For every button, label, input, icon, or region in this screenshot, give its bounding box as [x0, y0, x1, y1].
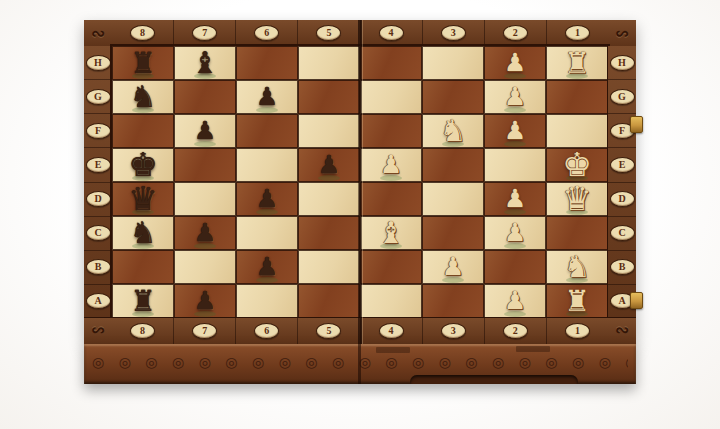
rank-label-bottom-1: 1 [565, 323, 590, 339]
file-label-right-slot: B [608, 250, 636, 284]
square-e7[interactable] [174, 148, 236, 182]
lid-notch [410, 375, 578, 384]
white-pawn[interactable]: ♟ [360, 148, 422, 182]
square-b1[interactable]: ♞ [546, 250, 608, 284]
square-d3[interactable] [422, 182, 484, 216]
white-knight[interactable]: ♞ [546, 250, 608, 284]
white-pawn[interactable]: ♟ [484, 216, 546, 250]
file-label-left-slot: B [84, 250, 112, 284]
square-h2[interactable]: ♟ [484, 46, 546, 80]
rank-label-bottom-slot: 8 [112, 318, 173, 344]
file-label-left-slot: D [84, 182, 112, 216]
white-pawn[interactable]: ♟ [484, 284, 546, 318]
square-a8[interactable]: ♜ [112, 284, 174, 318]
chess-board: ∾ 87654321 ∾ HGFEDCBA ♜♝♟♜♞♟♟♟♞♟♚♟♟♚♛♟♟♛… [84, 20, 636, 344]
rank-label-bottom-slot: 6 [235, 318, 297, 344]
file-label-right-slot: G [608, 79, 636, 113]
black-pawn[interactable]: ♟ [236, 182, 298, 216]
rank-label-top-7: 7 [192, 25, 217, 41]
corner-ornament-bottom-left-icon: ∾ [84, 318, 112, 344]
square-a2[interactable]: ♟ [484, 284, 546, 318]
rank-label-top-1: 1 [565, 25, 590, 41]
brass-clasp-lower [630, 292, 643, 309]
rank-label-top-slot: 1 [546, 20, 608, 46]
white-pawn[interactable]: ♟ [484, 46, 546, 80]
corner-ornament-bottom-right-icon: ∾ [608, 318, 636, 344]
rank-label-bottom-5: 5 [316, 323, 341, 339]
rank-label-bottom-2: 2 [503, 323, 528, 339]
square-h7[interactable]: ♝ [174, 46, 236, 80]
square-c7[interactable]: ♟ [174, 216, 236, 250]
black-rook[interactable]: ♜ [112, 46, 174, 80]
white-rook[interactable]: ♜ [546, 284, 608, 318]
square-e5[interactable]: ♟ [298, 148, 360, 182]
square-h4[interactable] [360, 46, 422, 80]
square-g2[interactable]: ♟ [484, 80, 546, 114]
box-front-seam [358, 344, 361, 384]
file-label-left-g: G [86, 89, 111, 105]
file-label-right-b: B [610, 259, 635, 275]
square-d5[interactable] [298, 182, 360, 216]
square-h8[interactable]: ♜ [112, 46, 174, 80]
square-a6[interactable] [236, 284, 298, 318]
square-a5[interactable] [298, 284, 360, 318]
square-a1[interactable]: ♜ [546, 284, 608, 318]
square-d4[interactable] [360, 182, 422, 216]
square-d7[interactable] [174, 182, 236, 216]
square-c1[interactable] [546, 216, 608, 250]
square-d2[interactable]: ♟ [484, 182, 546, 216]
square-h6[interactable] [236, 46, 298, 80]
square-e2[interactable] [484, 148, 546, 182]
file-label-left-slot: H [84, 46, 112, 79]
rank-label-top-slot: 3 [422, 20, 484, 46]
rank-label-bottom-slot: 4 [360, 318, 422, 344]
box-front-panel: ◎ ◎ ◎ ◎ ◎ ◎ ◎ ◎ ◎ ◎ ◎ ◎ ◎ ◎ ◎ ◎ ◎ ◎ ◎ ◎ … [84, 344, 636, 384]
black-pawn[interactable]: ♟ [236, 250, 298, 284]
corner-ornament-top-right-icon: ∾ [608, 20, 636, 46]
rank-label-bottom-slot: 3 [422, 318, 484, 344]
file-label-right-e: E [610, 157, 635, 173]
corner-ornament-top-left-icon: ∾ [84, 20, 112, 46]
rank-label-bottom-slot: 2 [484, 318, 546, 344]
file-label-left-a: A [86, 293, 111, 309]
rank-label-bottom-slot: 1 [546, 318, 608, 344]
file-label-right-g: G [610, 89, 635, 105]
black-pawn[interactable]: ♟ [174, 216, 236, 250]
square-b8[interactable] [112, 250, 174, 284]
square-e3[interactable] [422, 148, 484, 182]
square-g8[interactable]: ♞ [112, 80, 174, 114]
file-label-right-slot: E [608, 147, 636, 181]
square-f6[interactable] [236, 114, 298, 148]
rank-label-top-slot: 2 [484, 20, 546, 46]
file-label-right-c: C [610, 225, 635, 241]
rank-label-bottom-4: 4 [379, 323, 404, 339]
rank-label-top-slot: 6 [235, 20, 297, 46]
square-c5[interactable] [298, 216, 360, 250]
square-e6[interactable] [236, 148, 298, 182]
white-pawn[interactable]: ♟ [484, 182, 546, 216]
board-fold-seam [358, 20, 362, 344]
rank-label-top-slot: 5 [297, 20, 359, 46]
rank-label-bottom-8: 8 [130, 323, 155, 339]
square-b2[interactable] [484, 250, 546, 284]
rank-label-bottom-slot: 5 [297, 318, 359, 344]
rank-label-top-3: 3 [441, 25, 466, 41]
file-label-left-e: E [86, 157, 111, 173]
square-g1[interactable] [546, 80, 608, 114]
rank-label-top-5: 5 [316, 25, 341, 41]
square-c3[interactable] [422, 216, 484, 250]
file-label-left-slot: E [84, 147, 112, 181]
square-f4[interactable] [360, 114, 422, 148]
square-b6[interactable]: ♟ [236, 250, 298, 284]
black-king[interactable]: ♚ [112, 148, 174, 182]
file-label-right-h: H [610, 55, 635, 71]
square-f2[interactable]: ♟ [484, 114, 546, 148]
square-e1[interactable]: ♚ [546, 148, 608, 182]
square-f3[interactable]: ♞ [422, 114, 484, 148]
file-label-right-d: D [610, 191, 635, 207]
file-labels-right: HGFEDCBA [608, 46, 636, 318]
square-d1[interactable]: ♛ [546, 182, 608, 216]
file-label-right-slot: C [608, 216, 636, 250]
black-knight[interactable]: ♞ [112, 216, 174, 250]
file-label-left-slot: F [84, 113, 112, 147]
black-queen[interactable]: ♛ [112, 182, 174, 216]
square-d6[interactable]: ♟ [236, 182, 298, 216]
file-label-left-b: B [86, 259, 111, 275]
black-knight[interactable]: ♞ [112, 80, 174, 114]
white-knight[interactable]: ♞ [422, 114, 484, 148]
square-g4[interactable] [360, 80, 422, 114]
white-pawn[interactable]: ♟ [484, 114, 546, 148]
square-h1[interactable]: ♜ [546, 46, 608, 80]
square-e4[interactable]: ♟ [360, 148, 422, 182]
square-c6[interactable] [236, 216, 298, 250]
square-f5[interactable] [298, 114, 360, 148]
rank-label-top-slot: 7 [173, 20, 235, 46]
square-c2[interactable]: ♟ [484, 216, 546, 250]
file-label-left-slot: A [84, 284, 112, 318]
square-a4[interactable] [360, 284, 422, 318]
rank-label-top-4: 4 [379, 25, 404, 41]
rank-label-top-6: 6 [254, 25, 279, 41]
white-pawn[interactable]: ♟ [422, 250, 484, 284]
square-h3[interactable] [422, 46, 484, 80]
rank-label-bottom-7: 7 [192, 323, 217, 339]
white-queen[interactable]: ♛ [546, 182, 608, 216]
square-c4[interactable]: ♝ [360, 216, 422, 250]
square-a3[interactable] [422, 284, 484, 318]
square-h5[interactable] [298, 46, 360, 80]
photo-background: ∾ 87654321 ∾ HGFEDCBA ♜♝♟♜♞♟♟♟♞♟♚♟♟♚♛♟♟♛… [0, 0, 720, 429]
white-bishop[interactable]: ♝ [360, 216, 422, 250]
file-label-right-slot: H [608, 46, 636, 79]
square-f7[interactable]: ♟ [174, 114, 236, 148]
square-b3[interactable]: ♟ [422, 250, 484, 284]
file-label-left-d: D [86, 191, 111, 207]
rank-label-top-slot: 4 [360, 20, 422, 46]
rank-label-bottom-6: 6 [254, 323, 279, 339]
black-pawn[interactable]: ♟ [298, 148, 360, 182]
square-g3[interactable] [422, 80, 484, 114]
square-a7[interactable]: ♟ [174, 284, 236, 318]
file-label-left-c: C [86, 225, 111, 241]
black-pawn[interactable]: ♟ [236, 80, 298, 114]
rank-label-bottom-slot: 7 [173, 318, 235, 344]
square-e8[interactable]: ♚ [112, 148, 174, 182]
square-b7[interactable] [174, 250, 236, 284]
file-label-right-slot: D [608, 182, 636, 216]
file-label-left-slot: G [84, 79, 112, 113]
rank-label-bottom-3: 3 [441, 323, 466, 339]
black-pawn[interactable]: ♟ [174, 284, 236, 318]
file-label-left-slot: C [84, 216, 112, 250]
square-b5[interactable] [298, 250, 360, 284]
file-labels-left: HGFEDCBA [84, 46, 112, 318]
black-bishop[interactable]: ♝ [174, 46, 236, 80]
brass-clasp-upper [630, 116, 643, 133]
rank-label-top-8: 8 [130, 25, 155, 41]
square-g7[interactable] [174, 80, 236, 114]
square-f1[interactable] [546, 114, 608, 148]
left-coordinate-strip: HGFEDCBA [84, 46, 113, 318]
right-coordinate-strip: HGFEDCBA [607, 46, 636, 318]
file-label-left-f: F [86, 123, 111, 139]
square-c8[interactable]: ♞ [112, 216, 174, 250]
square-g6[interactable]: ♟ [236, 80, 298, 114]
black-pawn[interactable]: ♟ [174, 114, 236, 148]
square-g5[interactable] [298, 80, 360, 114]
black-rook[interactable]: ♜ [112, 284, 174, 318]
rank-label-top-2: 2 [503, 25, 528, 41]
rank-label-top-slot: 8 [112, 20, 173, 46]
square-b4[interactable] [360, 250, 422, 284]
white-pawn[interactable]: ♟ [484, 80, 546, 114]
square-d8[interactable]: ♛ [112, 182, 174, 216]
white-rook[interactable]: ♜ [546, 46, 608, 80]
white-king[interactable]: ♚ [546, 148, 608, 182]
square-f8[interactable] [112, 114, 174, 148]
file-label-left-h: H [86, 55, 111, 71]
